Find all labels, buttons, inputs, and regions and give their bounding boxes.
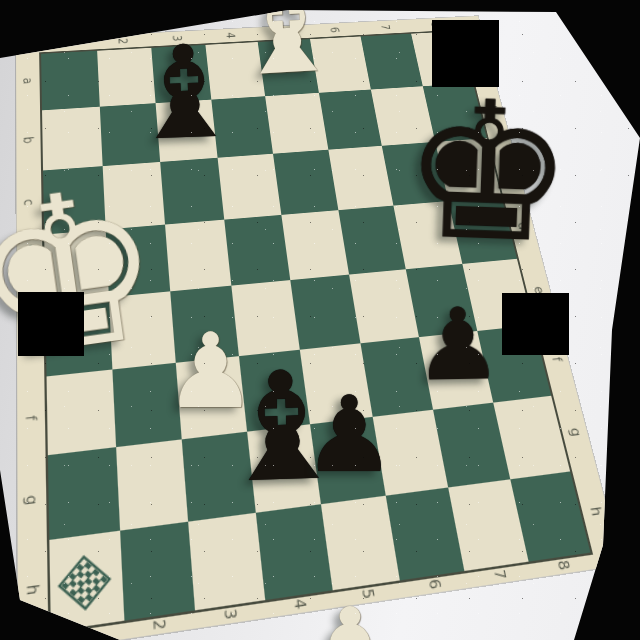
rank-label-bottom-8: 8 — [554, 559, 572, 571]
square-d5 — [281, 210, 348, 280]
file-label-right-g: g — [567, 427, 584, 438]
file-label-right-f: f — [549, 356, 565, 362]
file-label-left-g: g — [22, 494, 40, 506]
square-h2 — [120, 522, 196, 621]
rank-label-bottom-1: 1 — [76, 629, 95, 640]
rank-label-bottom-6: 6 — [425, 578, 444, 591]
file-label-left-h: h — [23, 583, 42, 596]
black-pawn-f7: ♟ — [407, 294, 508, 395]
black-king-d8: ♚ — [389, 73, 586, 270]
offboard-white-piece: ♟ — [285, 591, 415, 640]
square-c5 — [273, 150, 338, 215]
rank-label-top-7: 7 — [378, 24, 392, 31]
rank-label-bottom-3: 3 — [221, 608, 240, 621]
square-b5 — [265, 93, 328, 154]
square-g1 — [48, 447, 120, 540]
redaction-box-2 — [18, 292, 84, 356]
white-king-e1: ♚ — [0, 155, 186, 394]
screenshot-canvas: 1122334455667788aabbccddeeffgghhu ♚♝♟♚♝♝… — [0, 0, 640, 640]
square-a1 — [41, 51, 99, 111]
square-d4 — [224, 215, 291, 286]
square-c3 — [160, 158, 224, 225]
redaction-box-3 — [502, 293, 569, 355]
black-pawn-g5: ♟ — [296, 382, 401, 487]
file-label-left-a: a — [20, 78, 35, 85]
black-bishop-b3: ♝ — [118, 27, 250, 159]
rank-label-bottom-7: 7 — [490, 568, 508, 580]
square-g2 — [116, 439, 189, 530]
file-label-left-f: f — [22, 414, 39, 421]
rank-label-top-1: 1 — [60, 41, 74, 48]
redaction-box-1 — [432, 20, 499, 87]
rank-label-bottom-2: 2 — [149, 618, 168, 631]
file-label-right-h: h — [587, 505, 605, 516]
file-label-left-b: b — [20, 136, 35, 144]
square-d3 — [165, 220, 231, 292]
square-h3 — [188, 513, 265, 610]
